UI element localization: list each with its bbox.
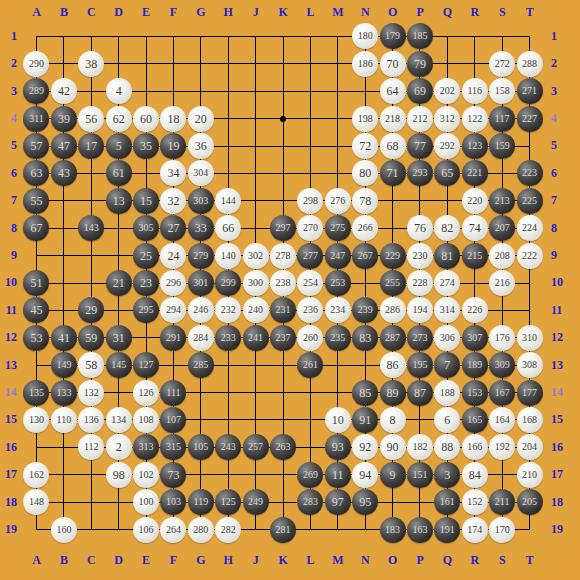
- intersection-F4[interactable]: 18: [160, 105, 187, 132]
- intersection-F5[interactable]: 19: [160, 132, 187, 159]
- intersection-D17[interactable]: 98: [105, 461, 132, 488]
- intersection-T8[interactable]: 224: [516, 215, 543, 242]
- intersection-R17[interactable]: 84: [461, 461, 488, 488]
- intersection-T1[interactable]: [516, 23, 543, 50]
- intersection-L6[interactable]: [297, 160, 324, 187]
- intersection-C3[interactable]: [78, 78, 105, 105]
- intersection-H7[interactable]: 144: [215, 187, 242, 214]
- intersection-E14[interactable]: 126: [132, 379, 159, 406]
- intersection-D9[interactable]: [105, 242, 132, 269]
- intersection-R3[interactable]: 116: [461, 78, 488, 105]
- intersection-K15[interactable]: [269, 406, 296, 433]
- intersection-C8[interactable]: 143: [78, 215, 105, 242]
- intersection-R14[interactable]: 153: [461, 379, 488, 406]
- intersection-T19[interactable]: [516, 516, 543, 543]
- intersection-S18[interactable]: 211: [488, 488, 515, 515]
- intersection-O5[interactable]: 68: [379, 132, 406, 159]
- intersection-G12[interactable]: 284: [187, 324, 214, 351]
- intersection-A17[interactable]: 162: [23, 461, 50, 488]
- intersection-K3[interactable]: [269, 78, 296, 105]
- intersection-Q8[interactable]: 82: [434, 215, 461, 242]
- intersection-L19[interactable]: [297, 516, 324, 543]
- intersection-N16[interactable]: 92: [351, 434, 378, 461]
- intersection-O12[interactable]: 287: [379, 324, 406, 351]
- intersection-H2[interactable]: [215, 50, 242, 77]
- intersection-Q3[interactable]: 202: [434, 78, 461, 105]
- intersection-L17[interactable]: 269: [297, 461, 324, 488]
- intersection-J4[interactable]: [242, 105, 269, 132]
- intersection-N15[interactable]: 91: [351, 406, 378, 433]
- intersection-R10[interactable]: [461, 269, 488, 296]
- intersection-H3[interactable]: [215, 78, 242, 105]
- intersection-R6[interactable]: 221: [461, 160, 488, 187]
- intersection-G8[interactable]: 33: [187, 215, 214, 242]
- intersection-H12[interactable]: 233: [215, 324, 242, 351]
- intersection-Q9[interactable]: 81: [434, 242, 461, 269]
- intersection-G1[interactable]: [187, 23, 214, 50]
- intersection-Q13[interactable]: 7: [434, 351, 461, 378]
- intersection-M17[interactable]: 11: [324, 461, 351, 488]
- intersection-N13[interactable]: [351, 351, 378, 378]
- intersection-C1[interactable]: [78, 23, 105, 50]
- intersection-F2[interactable]: [160, 50, 187, 77]
- intersection-M3[interactable]: [324, 78, 351, 105]
- intersection-B10[interactable]: [50, 269, 77, 296]
- intersection-M11[interactable]: 234: [324, 297, 351, 324]
- intersection-C4[interactable]: 56: [78, 105, 105, 132]
- intersection-B11[interactable]: [50, 297, 77, 324]
- intersection-P1[interactable]: 185: [406, 23, 433, 50]
- intersection-C13[interactable]: 58: [78, 351, 105, 378]
- intersection-E17[interactable]: 102: [132, 461, 159, 488]
- intersection-A2[interactable]: 290: [23, 50, 50, 77]
- intersection-R2[interactable]: [461, 50, 488, 77]
- intersection-N3[interactable]: [351, 78, 378, 105]
- intersection-L7[interactable]: 298: [297, 187, 324, 214]
- intersection-E4[interactable]: 60: [132, 105, 159, 132]
- intersection-O7[interactable]: [379, 187, 406, 214]
- intersection-B5[interactable]: 47: [50, 132, 77, 159]
- intersection-L16[interactable]: [297, 434, 324, 461]
- intersection-P18[interactable]: [406, 488, 433, 515]
- intersection-R8[interactable]: 74: [461, 215, 488, 242]
- intersection-H18[interactable]: 125: [215, 488, 242, 515]
- intersection-D3[interactable]: 4: [105, 78, 132, 105]
- intersection-H17[interactable]: [215, 461, 242, 488]
- intersection-S6[interactable]: [488, 160, 515, 187]
- intersection-T6[interactable]: 223: [516, 160, 543, 187]
- intersection-J8[interactable]: [242, 215, 269, 242]
- intersection-J17[interactable]: [242, 461, 269, 488]
- intersection-A10[interactable]: 51: [23, 269, 50, 296]
- intersection-C10[interactable]: [78, 269, 105, 296]
- intersection-A13[interactable]: [23, 351, 50, 378]
- intersection-M13[interactable]: [324, 351, 351, 378]
- intersection-D1[interactable]: [105, 23, 132, 50]
- intersection-B13[interactable]: 149: [50, 351, 77, 378]
- intersection-O6[interactable]: 71: [379, 160, 406, 187]
- intersection-Q6[interactable]: 65: [434, 160, 461, 187]
- intersection-J16[interactable]: 257: [242, 434, 269, 461]
- intersection-F8[interactable]: 27: [160, 215, 187, 242]
- intersection-D4[interactable]: 62: [105, 105, 132, 132]
- intersection-N6[interactable]: 80: [351, 160, 378, 187]
- intersection-D5[interactable]: 5: [105, 132, 132, 159]
- intersection-L9[interactable]: 277: [297, 242, 324, 269]
- intersection-P9[interactable]: 230: [406, 242, 433, 269]
- intersection-E5[interactable]: 35: [132, 132, 159, 159]
- intersection-D7[interactable]: 13: [105, 187, 132, 214]
- intersection-B2[interactable]: [50, 50, 77, 77]
- intersection-E15[interactable]: 108: [132, 406, 159, 433]
- intersection-J7[interactable]: [242, 187, 269, 214]
- intersection-D12[interactable]: 31: [105, 324, 132, 351]
- intersection-M14[interactable]: [324, 379, 351, 406]
- intersection-Q14[interactable]: 188: [434, 379, 461, 406]
- intersection-N17[interactable]: 94: [351, 461, 378, 488]
- intersection-F15[interactable]: 107: [160, 406, 187, 433]
- intersection-J19[interactable]: [242, 516, 269, 543]
- intersection-B17[interactable]: [50, 461, 77, 488]
- intersection-O19[interactable]: 183: [379, 516, 406, 543]
- intersection-M10[interactable]: 253: [324, 269, 351, 296]
- intersection-N10[interactable]: [351, 269, 378, 296]
- intersection-T9[interactable]: 222: [516, 242, 543, 269]
- intersection-R12[interactable]: 307: [461, 324, 488, 351]
- intersection-E19[interactable]: 106: [132, 516, 159, 543]
- intersection-N4[interactable]: 198: [351, 105, 378, 132]
- intersection-G16[interactable]: 105: [187, 434, 214, 461]
- intersection-O4[interactable]: 218: [379, 105, 406, 132]
- intersection-T4[interactable]: 227: [516, 105, 543, 132]
- intersection-K11[interactable]: 231: [269, 297, 296, 324]
- intersection-C12[interactable]: 59: [78, 324, 105, 351]
- intersection-J13[interactable]: [242, 351, 269, 378]
- intersection-E13[interactable]: 127: [132, 351, 159, 378]
- intersection-E16[interactable]: 313: [132, 434, 159, 461]
- intersection-L8[interactable]: 270: [297, 215, 324, 242]
- intersection-A3[interactable]: 289: [23, 78, 50, 105]
- intersection-S14[interactable]: 167: [488, 379, 515, 406]
- intersection-N1[interactable]: 180: [351, 23, 378, 50]
- intersection-D6[interactable]: 61: [105, 160, 132, 187]
- intersection-P8[interactable]: 76: [406, 215, 433, 242]
- intersection-T17[interactable]: 210: [516, 461, 543, 488]
- intersection-K4[interactable]: [269, 105, 296, 132]
- intersection-N14[interactable]: 85: [351, 379, 378, 406]
- intersection-F18[interactable]: 103: [160, 488, 187, 515]
- intersection-N11[interactable]: 239: [351, 297, 378, 324]
- intersection-R9[interactable]: 215: [461, 242, 488, 269]
- intersection-L2[interactable]: [297, 50, 324, 77]
- intersection-T18[interactable]: 205: [516, 488, 543, 515]
- intersection-F19[interactable]: 264: [160, 516, 187, 543]
- intersection-S7[interactable]: 213: [488, 187, 515, 214]
- intersection-C7[interactable]: [78, 187, 105, 214]
- intersection-Q2[interactable]: [434, 50, 461, 77]
- intersection-B19[interactable]: 160: [50, 516, 77, 543]
- intersection-C18[interactable]: [78, 488, 105, 515]
- intersection-E12[interactable]: [132, 324, 159, 351]
- intersection-Q16[interactable]: 88: [434, 434, 461, 461]
- intersection-Q12[interactable]: 306: [434, 324, 461, 351]
- intersection-K13[interactable]: [269, 351, 296, 378]
- intersection-M15[interactable]: 10: [324, 406, 351, 433]
- intersection-S2[interactable]: 272: [488, 50, 515, 77]
- intersection-K5[interactable]: [269, 132, 296, 159]
- intersection-H5[interactable]: [215, 132, 242, 159]
- intersection-B3[interactable]: 42: [50, 78, 77, 105]
- intersection-F9[interactable]: 24: [160, 242, 187, 269]
- intersection-H6[interactable]: [215, 160, 242, 187]
- intersection-K6[interactable]: [269, 160, 296, 187]
- intersection-C11[interactable]: 29: [78, 297, 105, 324]
- intersection-T15[interactable]: 168: [516, 406, 543, 433]
- intersection-O1[interactable]: 179: [379, 23, 406, 50]
- intersection-S13[interactable]: 309: [488, 351, 515, 378]
- intersection-G3[interactable]: [187, 78, 214, 105]
- intersection-E6[interactable]: [132, 160, 159, 187]
- intersection-D18[interactable]: [105, 488, 132, 515]
- intersection-A15[interactable]: 130: [23, 406, 50, 433]
- intersection-A6[interactable]: 63: [23, 160, 50, 187]
- intersection-J12[interactable]: 241: [242, 324, 269, 351]
- intersection-Q5[interactable]: 292: [434, 132, 461, 159]
- intersection-A8[interactable]: 67: [23, 215, 50, 242]
- intersection-M9[interactable]: 247: [324, 242, 351, 269]
- intersection-P13[interactable]: 195: [406, 351, 433, 378]
- intersection-J10[interactable]: 300: [242, 269, 269, 296]
- intersection-N5[interactable]: 72: [351, 132, 378, 159]
- intersection-C5[interactable]: 17: [78, 132, 105, 159]
- intersection-J2[interactable]: [242, 50, 269, 77]
- intersection-G14[interactable]: [187, 379, 214, 406]
- intersection-K16[interactable]: 263: [269, 434, 296, 461]
- intersection-M4[interactable]: [324, 105, 351, 132]
- intersection-C16[interactable]: 112: [78, 434, 105, 461]
- intersection-D14[interactable]: [105, 379, 132, 406]
- intersection-C17[interactable]: [78, 461, 105, 488]
- intersection-Q17[interactable]: 3: [434, 461, 461, 488]
- intersection-P6[interactable]: 293: [406, 160, 433, 187]
- intersection-G18[interactable]: 119: [187, 488, 214, 515]
- intersection-O8[interactable]: [379, 215, 406, 242]
- intersection-H14[interactable]: [215, 379, 242, 406]
- intersection-M12[interactable]: 235: [324, 324, 351, 351]
- intersection-B15[interactable]: 110: [50, 406, 77, 433]
- intersection-K14[interactable]: [269, 379, 296, 406]
- intersection-B16[interactable]: [50, 434, 77, 461]
- intersection-C15[interactable]: 136: [78, 406, 105, 433]
- intersection-A14[interactable]: 135: [23, 379, 50, 406]
- intersection-P7[interactable]: [406, 187, 433, 214]
- intersection-F11[interactable]: 294: [160, 297, 187, 324]
- intersection-K8[interactable]: 297: [269, 215, 296, 242]
- intersection-Q18[interactable]: 161: [434, 488, 461, 515]
- intersection-F6[interactable]: 34: [160, 160, 187, 187]
- intersection-T3[interactable]: 271: [516, 78, 543, 105]
- intersection-L11[interactable]: 236: [297, 297, 324, 324]
- intersection-S8[interactable]: 207: [488, 215, 515, 242]
- intersection-N12[interactable]: 83: [351, 324, 378, 351]
- intersection-Q19[interactable]: 191: [434, 516, 461, 543]
- intersection-O16[interactable]: 90: [379, 434, 406, 461]
- intersection-D16[interactable]: 2: [105, 434, 132, 461]
- intersection-J18[interactable]: 249: [242, 488, 269, 515]
- intersection-S15[interactable]: 164: [488, 406, 515, 433]
- intersection-R11[interactable]: 226: [461, 297, 488, 324]
- intersection-R18[interactable]: 152: [461, 488, 488, 515]
- intersection-K2[interactable]: [269, 50, 296, 77]
- intersection-O9[interactable]: 229: [379, 242, 406, 269]
- intersection-S12[interactable]: 176: [488, 324, 515, 351]
- intersection-T12[interactable]: 310: [516, 324, 543, 351]
- intersection-B14[interactable]: 133: [50, 379, 77, 406]
- intersection-N8[interactable]: 266: [351, 215, 378, 242]
- intersection-T14[interactable]: 177: [516, 379, 543, 406]
- intersection-T10[interactable]: [516, 269, 543, 296]
- intersection-C2[interactable]: 38: [78, 50, 105, 77]
- intersection-H15[interactable]: [215, 406, 242, 433]
- intersection-S10[interactable]: 216: [488, 269, 515, 296]
- intersection-D2[interactable]: [105, 50, 132, 77]
- intersection-P15[interactable]: [406, 406, 433, 433]
- intersection-F17[interactable]: 73: [160, 461, 187, 488]
- intersection-L3[interactable]: [297, 78, 324, 105]
- intersection-L5[interactable]: [297, 132, 324, 159]
- intersection-B12[interactable]: 41: [50, 324, 77, 351]
- intersection-M6[interactable]: [324, 160, 351, 187]
- intersection-L18[interactable]: 283: [297, 488, 324, 515]
- intersection-E1[interactable]: [132, 23, 159, 50]
- intersection-G15[interactable]: [187, 406, 214, 433]
- intersection-H1[interactable]: [215, 23, 242, 50]
- intersection-P3[interactable]: 69: [406, 78, 433, 105]
- intersection-T5[interactable]: [516, 132, 543, 159]
- intersection-K9[interactable]: 278: [269, 242, 296, 269]
- intersection-T13[interactable]: 308: [516, 351, 543, 378]
- intersection-C19[interactable]: [78, 516, 105, 543]
- intersection-O10[interactable]: 255: [379, 269, 406, 296]
- intersection-L10[interactable]: 254: [297, 269, 324, 296]
- intersection-M8[interactable]: 275: [324, 215, 351, 242]
- intersection-P4[interactable]: 212: [406, 105, 433, 132]
- intersection-B1[interactable]: [50, 23, 77, 50]
- intersection-C9[interactable]: [78, 242, 105, 269]
- intersection-K17[interactable]: [269, 461, 296, 488]
- intersection-A12[interactable]: 53: [23, 324, 50, 351]
- intersection-E11[interactable]: 295: [132, 297, 159, 324]
- intersection-N7[interactable]: 78: [351, 187, 378, 214]
- intersection-P17[interactable]: 151: [406, 461, 433, 488]
- intersection-D8[interactable]: [105, 215, 132, 242]
- intersection-T7[interactable]: 225: [516, 187, 543, 214]
- intersection-E8[interactable]: 305: [132, 215, 159, 242]
- intersection-R4[interactable]: 122: [461, 105, 488, 132]
- intersection-Q1[interactable]: [434, 23, 461, 50]
- intersection-P16[interactable]: 182: [406, 434, 433, 461]
- intersection-R16[interactable]: 166: [461, 434, 488, 461]
- intersection-A7[interactable]: 55: [23, 187, 50, 214]
- intersection-H10[interactable]: 299: [215, 269, 242, 296]
- intersection-F12[interactable]: 291: [160, 324, 187, 351]
- intersection-R1[interactable]: [461, 23, 488, 50]
- intersection-P5[interactable]: 77: [406, 132, 433, 159]
- intersection-N19[interactable]: [351, 516, 378, 543]
- intersection-F1[interactable]: [160, 23, 187, 50]
- intersection-H4[interactable]: [215, 105, 242, 132]
- intersection-M16[interactable]: 93: [324, 434, 351, 461]
- intersection-H16[interactable]: 243: [215, 434, 242, 461]
- intersection-S16[interactable]: 192: [488, 434, 515, 461]
- intersection-F3[interactable]: [160, 78, 187, 105]
- intersection-C14[interactable]: 132: [78, 379, 105, 406]
- intersection-H9[interactable]: 140: [215, 242, 242, 269]
- intersection-S1[interactable]: [488, 23, 515, 50]
- intersection-A16[interactable]: [23, 434, 50, 461]
- intersection-H19[interactable]: 282: [215, 516, 242, 543]
- intersection-H8[interactable]: 66: [215, 215, 242, 242]
- intersection-L14[interactable]: [297, 379, 324, 406]
- intersection-S9[interactable]: 208: [488, 242, 515, 269]
- intersection-D15[interactable]: 134: [105, 406, 132, 433]
- intersection-J3[interactable]: [242, 78, 269, 105]
- intersection-R13[interactable]: 189: [461, 351, 488, 378]
- intersection-P12[interactable]: 273: [406, 324, 433, 351]
- intersection-J5[interactable]: [242, 132, 269, 159]
- intersection-Q4[interactable]: 312: [434, 105, 461, 132]
- intersection-E9[interactable]: 25: [132, 242, 159, 269]
- intersection-O11[interactable]: 286: [379, 297, 406, 324]
- intersection-J9[interactable]: 302: [242, 242, 269, 269]
- intersection-N9[interactable]: 267: [351, 242, 378, 269]
- intersection-G19[interactable]: 280: [187, 516, 214, 543]
- intersection-P19[interactable]: 163: [406, 516, 433, 543]
- intersection-R19[interactable]: 174: [461, 516, 488, 543]
- intersection-F10[interactable]: 296: [160, 269, 187, 296]
- intersection-B6[interactable]: 43: [50, 160, 77, 187]
- intersection-M7[interactable]: 276: [324, 187, 351, 214]
- intersection-A9[interactable]: [23, 242, 50, 269]
- intersection-A18[interactable]: 148: [23, 488, 50, 515]
- intersection-O15[interactable]: 8: [379, 406, 406, 433]
- intersection-E10[interactable]: 23: [132, 269, 159, 296]
- intersection-P14[interactable]: 87: [406, 379, 433, 406]
- intersection-K10[interactable]: 238: [269, 269, 296, 296]
- intersection-E2[interactable]: [132, 50, 159, 77]
- intersection-J6[interactable]: [242, 160, 269, 187]
- intersection-G6[interactable]: 304: [187, 160, 214, 187]
- intersection-K7[interactable]: [269, 187, 296, 214]
- intersection-A1[interactable]: [23, 23, 50, 50]
- intersection-L15[interactable]: [297, 406, 324, 433]
- intersection-B7[interactable]: [50, 187, 77, 214]
- intersection-D13[interactable]: 145: [105, 351, 132, 378]
- intersection-J15[interactable]: [242, 406, 269, 433]
- intersection-K12[interactable]: 237: [269, 324, 296, 351]
- intersection-M2[interactable]: [324, 50, 351, 77]
- intersection-D10[interactable]: 21: [105, 269, 132, 296]
- intersection-M18[interactable]: 97: [324, 488, 351, 515]
- intersection-G5[interactable]: 36: [187, 132, 214, 159]
- intersection-P11[interactable]: 194: [406, 297, 433, 324]
- intersection-T11[interactable]: [516, 297, 543, 324]
- intersection-M5[interactable]: [324, 132, 351, 159]
- intersection-J1[interactable]: [242, 23, 269, 50]
- intersection-S3[interactable]: 158: [488, 78, 515, 105]
- intersection-A5[interactable]: 57: [23, 132, 50, 159]
- intersection-L12[interactable]: 260: [297, 324, 324, 351]
